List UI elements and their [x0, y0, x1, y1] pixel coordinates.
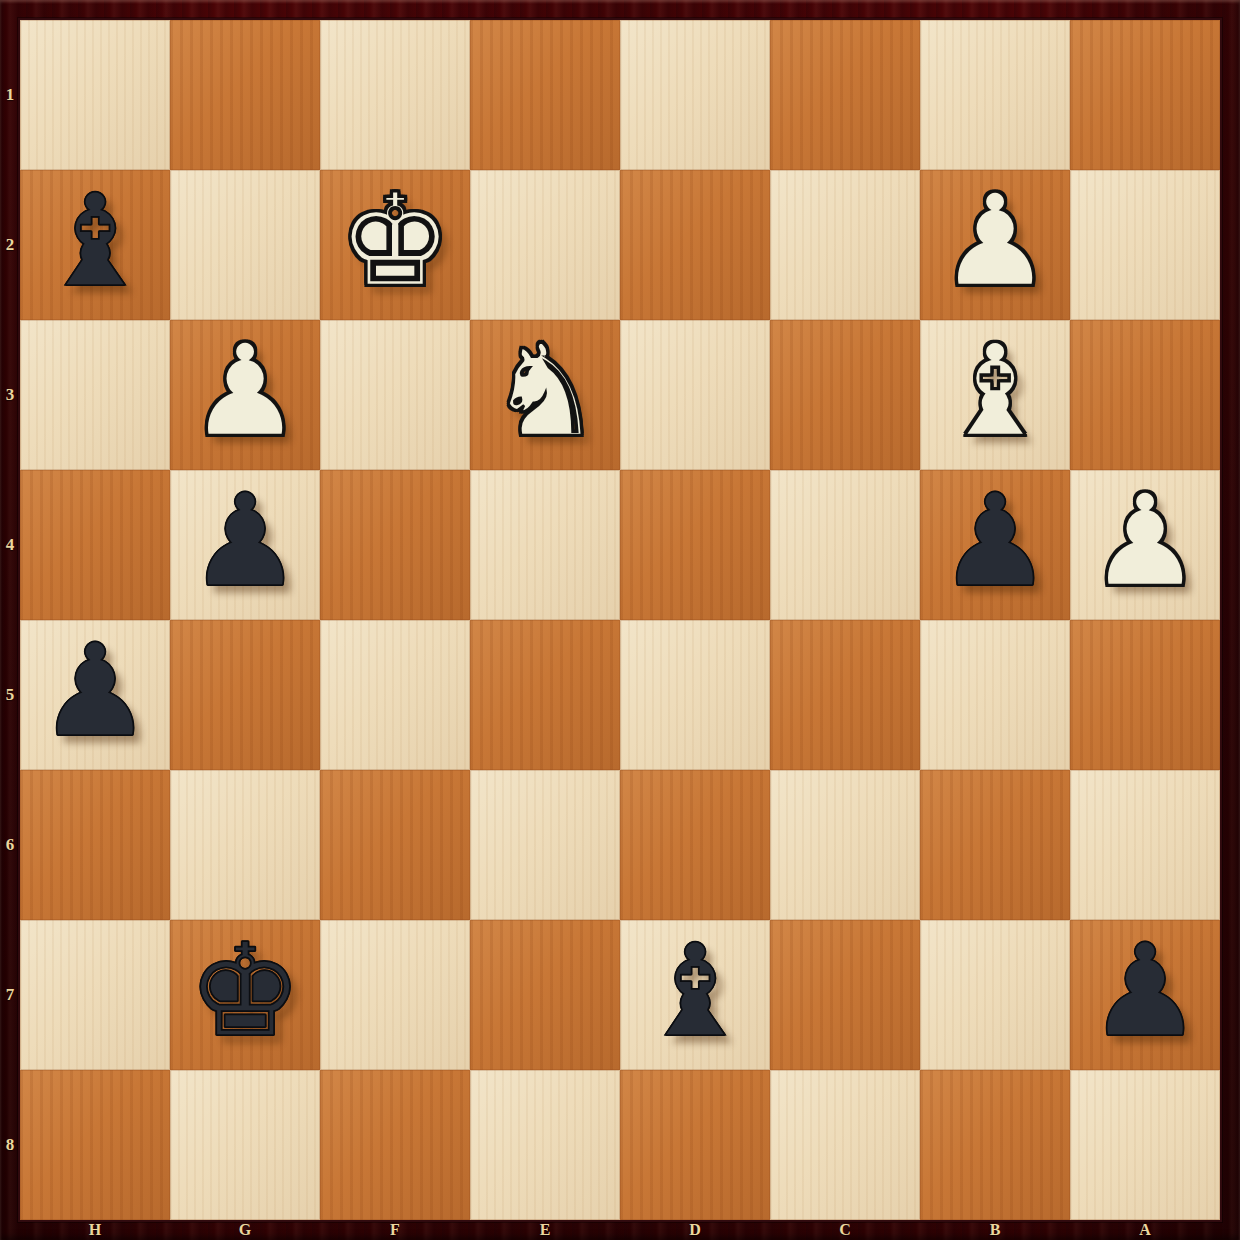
square-d7[interactable]: ♝ [620, 920, 770, 1070]
piece-black-king-g7[interactable]: ♚ [188, 927, 303, 1055]
square-g2[interactable] [170, 170, 320, 320]
square-d4[interactable] [620, 470, 770, 620]
square-d2[interactable] [620, 170, 770, 320]
square-b7[interactable] [920, 920, 1070, 1070]
chess-app-window: ♝♚♟♟♞♝♟♟♟♟♚♝♟ 12345678 HGFEDCBA [0, 0, 1240, 1240]
square-c7[interactable] [770, 920, 920, 1070]
square-h2[interactable]: ♝ [20, 170, 170, 320]
file-label-e: E [470, 1220, 620, 1240]
square-h1[interactable] [20, 20, 170, 170]
chess-board: ♝♚♟♟♞♝♟♟♟♟♚♝♟ [20, 20, 1220, 1220]
piece-black-pawn-h5[interactable]: ♟ [38, 627, 153, 755]
square-g6[interactable] [170, 770, 320, 920]
file-label-b: B [920, 1220, 1070, 1240]
square-a7[interactable]: ♟ [1070, 920, 1220, 1070]
square-c3[interactable] [770, 320, 920, 470]
square-h6[interactable] [20, 770, 170, 920]
piece-black-pawn-g4[interactable]: ♟ [188, 477, 303, 605]
piece-black-bishop-d7[interactable]: ♝ [638, 927, 753, 1055]
square-h4[interactable] [20, 470, 170, 620]
square-g5[interactable] [170, 620, 320, 770]
rank-label-8: 8 [0, 1070, 20, 1220]
square-f5[interactable] [320, 620, 470, 770]
square-b1[interactable] [920, 20, 1070, 170]
rank-label-1: 1 [0, 20, 20, 170]
square-b8[interactable] [920, 1070, 1070, 1220]
square-h3[interactable] [20, 320, 170, 470]
square-f2[interactable]: ♚ [320, 170, 470, 320]
rank-label-5: 5 [0, 620, 20, 770]
piece-black-bishop-h2[interactable]: ♝ [38, 177, 153, 305]
square-a2[interactable] [1070, 170, 1220, 320]
piece-white-pawn-a4[interactable]: ♟ [1088, 477, 1203, 605]
square-a6[interactable] [1070, 770, 1220, 920]
rank-label-7: 7 [0, 920, 20, 1070]
square-e6[interactable] [470, 770, 620, 920]
square-h7[interactable] [20, 920, 170, 1070]
square-c2[interactable] [770, 170, 920, 320]
square-e5[interactable] [470, 620, 620, 770]
square-b5[interactable] [920, 620, 1070, 770]
file-label-d: D [620, 1220, 770, 1240]
file-label-f: F [320, 1220, 470, 1240]
rank-label-6: 6 [0, 770, 20, 920]
square-c5[interactable] [770, 620, 920, 770]
square-b2[interactable]: ♟ [920, 170, 1070, 320]
piece-white-pawn-g3[interactable]: ♟ [188, 327, 303, 455]
piece-white-king-f2[interactable]: ♚ [338, 177, 453, 305]
square-e4[interactable] [470, 470, 620, 620]
piece-white-knight-e3[interactable]: ♞ [488, 327, 603, 455]
piece-white-pawn-b2[interactable]: ♟ [938, 177, 1053, 305]
square-f1[interactable] [320, 20, 470, 170]
square-a1[interactable] [1070, 20, 1220, 170]
square-b4[interactable]: ♟ [920, 470, 1070, 620]
piece-black-pawn-b4[interactable]: ♟ [938, 477, 1053, 605]
square-d6[interactable] [620, 770, 770, 920]
square-g8[interactable] [170, 1070, 320, 1220]
square-c6[interactable] [770, 770, 920, 920]
square-f6[interactable] [320, 770, 470, 920]
piece-white-bishop-b3[interactable]: ♝ [938, 327, 1053, 455]
square-a4[interactable]: ♟ [1070, 470, 1220, 620]
rank-label-2: 2 [0, 170, 20, 320]
square-d1[interactable] [620, 20, 770, 170]
square-d8[interactable] [620, 1070, 770, 1220]
file-label-c: C [770, 1220, 920, 1240]
file-label-h: H [20, 1220, 170, 1240]
square-g3[interactable]: ♟ [170, 320, 320, 470]
square-g1[interactable] [170, 20, 320, 170]
square-e1[interactable] [470, 20, 620, 170]
square-a3[interactable] [1070, 320, 1220, 470]
square-f8[interactable] [320, 1070, 470, 1220]
square-e7[interactable] [470, 920, 620, 1070]
square-d5[interactable] [620, 620, 770, 770]
square-d3[interactable] [620, 320, 770, 470]
square-g7[interactable]: ♚ [170, 920, 320, 1070]
square-h8[interactable] [20, 1070, 170, 1220]
file-label-a: A [1070, 1220, 1220, 1240]
square-a8[interactable] [1070, 1070, 1220, 1220]
square-g4[interactable]: ♟ [170, 470, 320, 620]
piece-black-pawn-a7[interactable]: ♟ [1088, 927, 1203, 1055]
square-b3[interactable]: ♝ [920, 320, 1070, 470]
square-c1[interactable] [770, 20, 920, 170]
square-c4[interactable] [770, 470, 920, 620]
square-f7[interactable] [320, 920, 470, 1070]
square-a5[interactable] [1070, 620, 1220, 770]
file-label-g: G [170, 1220, 320, 1240]
square-e2[interactable] [470, 170, 620, 320]
square-e8[interactable] [470, 1070, 620, 1220]
square-f3[interactable] [320, 320, 470, 470]
square-c8[interactable] [770, 1070, 920, 1220]
square-h5[interactable]: ♟ [20, 620, 170, 770]
square-f4[interactable] [320, 470, 470, 620]
square-b6[interactable] [920, 770, 1070, 920]
square-e3[interactable]: ♞ [470, 320, 620, 470]
rank-label-4: 4 [0, 470, 20, 620]
rank-label-3: 3 [0, 320, 20, 470]
